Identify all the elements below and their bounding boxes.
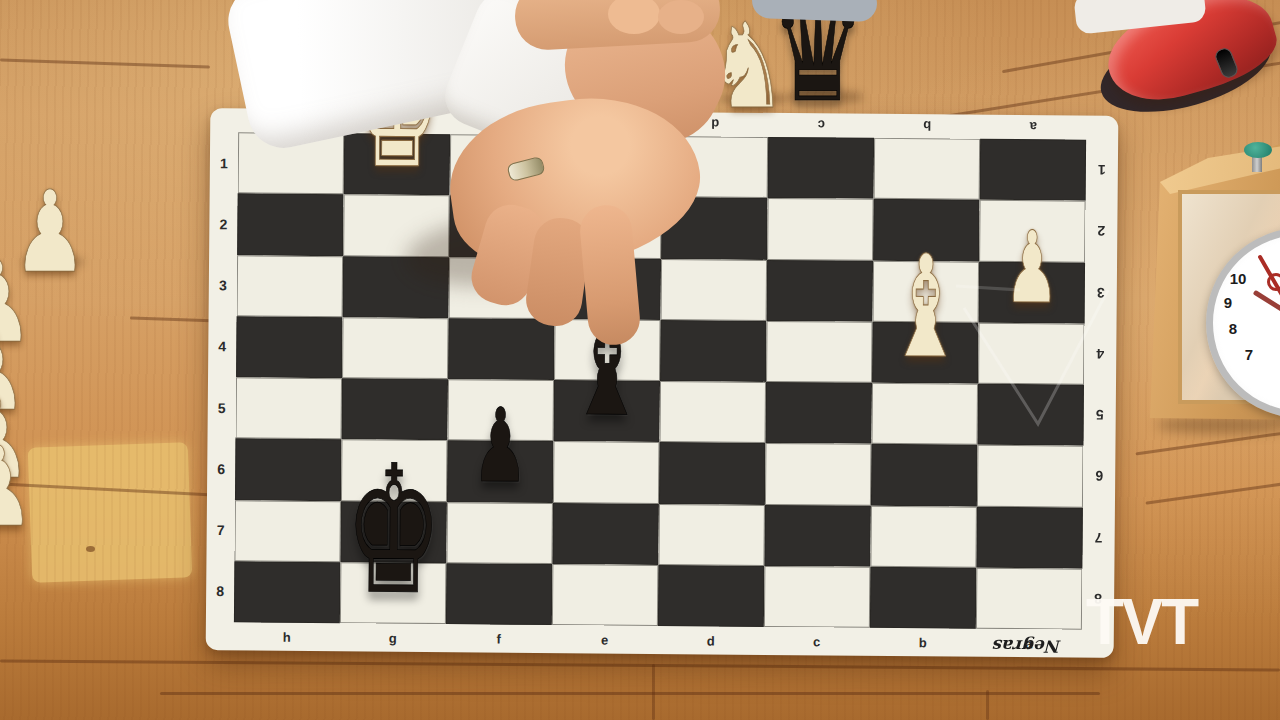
tray-white-pawn-5[interactable]: ♟ xyxy=(0,432,35,542)
clock-numeral-7: 7 xyxy=(1245,346,1253,363)
files-bottom-b: b xyxy=(870,628,976,657)
ranks-left-4: 4 xyxy=(208,316,237,377)
wood-seam-joint xyxy=(652,664,655,720)
clock-numeral-8: 8 xyxy=(1229,320,1237,337)
clock-numeral-9: 9 xyxy=(1224,294,1232,311)
wood-seam xyxy=(160,692,1100,695)
files-bottom-e: e xyxy=(552,625,658,654)
wood-knot xyxy=(86,546,95,552)
tv-channel-logo: TVT xyxy=(1086,584,1197,659)
ranks-left-2: 2 xyxy=(209,193,238,254)
ranks-left-6: 6 xyxy=(207,438,236,499)
black-king-g8[interactable]: ♚ xyxy=(344,441,443,619)
ranks-right-1: 1 xyxy=(1086,140,1119,202)
wood-light-plank xyxy=(28,442,193,583)
ranks-right-6: 6 xyxy=(1083,446,1116,508)
files-top-a: a xyxy=(980,115,1086,140)
wood-seam xyxy=(0,58,210,68)
files-bottom-f: f xyxy=(446,624,552,653)
files-bottom-c: c xyxy=(764,627,870,656)
ranks-right-7: 7 xyxy=(1082,507,1115,569)
clock-numeral-10: 10 xyxy=(1230,270,1247,287)
video-frame: hgfedcba hgfedcba 12345678 12345678 Blan… xyxy=(0,0,1280,720)
rank-labels-left: 12345678 xyxy=(206,132,238,622)
ranks-left-1: 1 xyxy=(210,132,239,193)
wood-seam xyxy=(1145,482,1280,504)
ranks-left-5: 5 xyxy=(208,377,237,438)
board-label-negras: Negras xyxy=(994,636,1062,657)
files-bottom-h: h xyxy=(234,622,340,651)
chess-clock: 10987 xyxy=(1148,128,1280,428)
files-bottom-d: d xyxy=(658,626,764,655)
ranks-left-3: 3 xyxy=(209,255,238,316)
files-top-b: b xyxy=(874,114,980,139)
knuckle xyxy=(658,0,704,34)
wood-seam xyxy=(130,316,220,322)
wood-seam xyxy=(1136,432,1280,456)
wood-seam-joint xyxy=(986,690,989,720)
clock-button[interactable] xyxy=(1244,142,1272,158)
board-watermark xyxy=(950,272,1120,437)
ranks-left-7: 7 xyxy=(206,500,235,561)
black-pawn-f6[interactable]: ♟ xyxy=(472,395,529,497)
wood-seam xyxy=(0,660,1280,672)
clock-hand-loop xyxy=(1267,273,1280,291)
ranks-right-2: 2 xyxy=(1085,201,1118,263)
ranks-left-8: 8 xyxy=(206,561,235,622)
